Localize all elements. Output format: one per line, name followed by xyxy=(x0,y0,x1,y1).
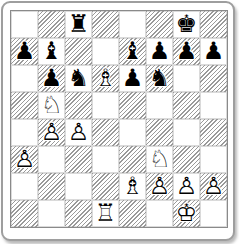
square-c4: ♟♙ xyxy=(65,119,92,146)
piece-black-bishop: ♝♝ xyxy=(119,38,146,65)
square-e4 xyxy=(119,119,146,146)
square-b7: ♝♝ xyxy=(38,38,65,65)
square-d7 xyxy=(92,38,119,65)
square-c7 xyxy=(65,38,92,65)
square-g6 xyxy=(173,65,200,92)
square-g1: ♚♔ xyxy=(173,200,200,227)
square-b8 xyxy=(38,11,65,38)
square-h4 xyxy=(200,119,227,146)
square-e2: ♝♗ xyxy=(119,173,146,200)
piece-white-pawn: ♟♙ xyxy=(200,173,227,200)
piece-white-pawn: ♟♙ xyxy=(65,119,92,146)
square-g3 xyxy=(173,146,200,173)
square-d5 xyxy=(92,92,119,119)
square-b4: ♟♙ xyxy=(38,119,65,146)
square-g7: ♟♟ xyxy=(173,38,200,65)
square-g4 xyxy=(173,119,200,146)
square-b5: ♞♘ xyxy=(38,92,65,119)
square-a1 xyxy=(11,200,38,227)
square-b6: ♟♟ xyxy=(38,65,65,92)
square-h6 xyxy=(200,65,227,92)
piece-white-pawn: ♟♙ xyxy=(146,173,173,200)
square-f6: ♞♞ xyxy=(146,65,173,92)
square-g5 xyxy=(173,92,200,119)
square-f4 xyxy=(146,119,173,146)
piece-black-pawn: ♟♟ xyxy=(38,65,65,92)
square-c2 xyxy=(65,173,92,200)
square-d8 xyxy=(92,11,119,38)
square-a2 xyxy=(11,173,38,200)
square-d6: ♝♗ xyxy=(92,65,119,92)
square-d3 xyxy=(92,146,119,173)
piece-black-pawn: ♟♟ xyxy=(200,38,227,65)
square-b3 xyxy=(38,146,65,173)
square-f5 xyxy=(146,92,173,119)
square-e5 xyxy=(119,92,146,119)
piece-black-king: ♚♚ xyxy=(173,11,200,38)
square-g8: ♚♚ xyxy=(173,11,200,38)
square-a4 xyxy=(11,119,38,146)
square-e7: ♝♝ xyxy=(119,38,146,65)
piece-white-knight: ♞♘ xyxy=(38,92,65,119)
square-c5 xyxy=(65,92,92,119)
piece-black-pawn: ♟♟ xyxy=(119,65,146,92)
square-b2 xyxy=(38,173,65,200)
square-f3: ♞♘ xyxy=(146,146,173,173)
square-e6: ♟♟ xyxy=(119,65,146,92)
square-a3: ♟♙ xyxy=(11,146,38,173)
piece-white-knight: ♞♘ xyxy=(146,146,173,173)
square-e1 xyxy=(119,200,146,227)
piece-white-rook: ♜♖ xyxy=(92,200,119,227)
square-b1 xyxy=(38,200,65,227)
square-h1 xyxy=(200,200,227,227)
square-h5 xyxy=(200,92,227,119)
square-h8 xyxy=(200,11,227,38)
piece-black-rook: ♜♜ xyxy=(65,11,92,38)
piece-black-knight: ♞♞ xyxy=(146,65,173,92)
piece-white-pawn: ♟♙ xyxy=(173,173,200,200)
square-e8 xyxy=(119,11,146,38)
square-d4 xyxy=(92,119,119,146)
square-c8: ♜♜ xyxy=(65,11,92,38)
piece-black-bishop: ♝♝ xyxy=(38,38,65,65)
square-c1 xyxy=(65,200,92,227)
piece-black-pawn: ♟♟ xyxy=(173,38,200,65)
square-f1 xyxy=(146,200,173,227)
square-d2 xyxy=(92,173,119,200)
piece-white-pawn: ♟♙ xyxy=(38,119,65,146)
piece-white-bishop: ♝♗ xyxy=(92,65,119,92)
piece-black-knight: ♞♞ xyxy=(65,65,92,92)
square-a8 xyxy=(11,11,38,38)
chess-board: ♜♜♚♚♟♟♝♝♝♝♟♟♟♟♟♟♟♟♞♞♝♗♟♟♞♞♞♘♟♙♟♙♟♙♞♘♝♗♟♙… xyxy=(10,10,228,228)
square-f8 xyxy=(146,11,173,38)
square-c3 xyxy=(65,146,92,173)
piece-white-pawn: ♟♙ xyxy=(11,146,38,173)
square-a6 xyxy=(11,65,38,92)
square-a7: ♟♟ xyxy=(11,38,38,65)
square-f2: ♟♙ xyxy=(146,173,173,200)
square-h7: ♟♟ xyxy=(200,38,227,65)
piece-black-pawn: ♟♟ xyxy=(11,38,38,65)
square-c6: ♞♞ xyxy=(65,65,92,92)
square-h3 xyxy=(200,146,227,173)
piece-white-king: ♚♔ xyxy=(173,200,200,227)
square-d1: ♜♖ xyxy=(92,200,119,227)
square-h2: ♟♙ xyxy=(200,173,227,200)
piece-white-bishop: ♝♗ xyxy=(119,173,146,200)
diagram-canvas: ♜♜♚♚♟♟♝♝♝♝♟♟♟♟♟♟♟♟♞♞♝♗♟♟♞♞♞♘♟♙♟♙♟♙♞♘♝♗♟♙… xyxy=(0,0,239,244)
square-g2: ♟♙ xyxy=(173,173,200,200)
piece-black-pawn: ♟♟ xyxy=(146,38,173,65)
square-f7: ♟♟ xyxy=(146,38,173,65)
square-e3 xyxy=(119,146,146,173)
square-a5 xyxy=(11,92,38,119)
